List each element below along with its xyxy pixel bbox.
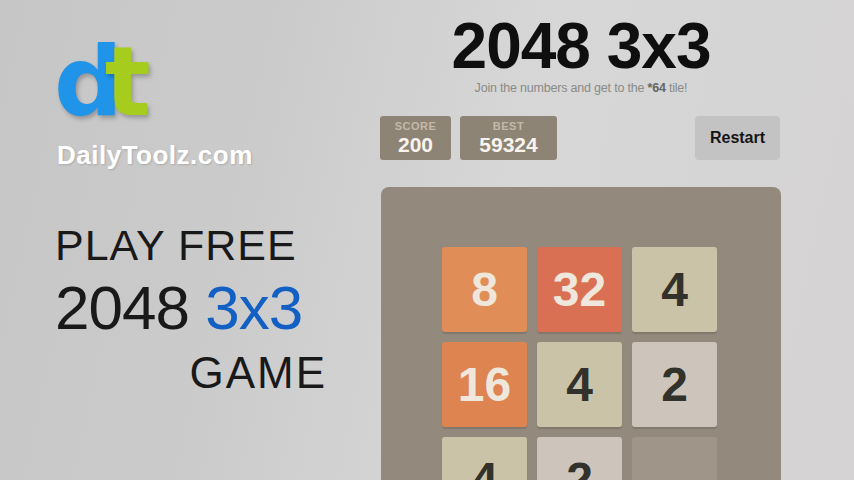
board-grid: 8324164242 (442, 247, 717, 480)
promo-line-play-free: PLAY FREE (55, 224, 327, 267)
game-title: 2048 3x3 (380, 14, 782, 78)
logo-letter-t: t (105, 26, 151, 138)
game-board[interactable]: 8324164242 (381, 187, 781, 480)
subtitle-suffix: tile! (666, 81, 688, 95)
cell-r3c2: 2 (537, 437, 622, 480)
subtitle-goal: *64 (647, 81, 665, 95)
dailytoolz-logo[interactable]: dt (54, 34, 151, 130)
tile-4-r3c1: 4 (442, 437, 527, 480)
promo-line-game: GAME (55, 351, 327, 395)
cell-r2c2: 4 (537, 342, 622, 427)
promo-3x3: 3x3 (205, 273, 302, 342)
tile-8-r1c1: 8 (442, 247, 527, 332)
tile-32-r1c2: 32 (537, 247, 622, 332)
score-label: SCORE (395, 120, 437, 132)
tile-2-r3c2: 2 (537, 437, 622, 480)
tile-2-r2c3: 2 (632, 342, 717, 427)
site-name[interactable]: DailyToolz.com (57, 140, 253, 171)
cell-r3c3 (632, 437, 717, 480)
score-box: SCORE 200 (380, 116, 451, 160)
best-value: 59324 (479, 133, 537, 156)
best-box: BEST 59324 (460, 116, 557, 160)
scoreboard: SCORE 200 BEST 59324 (380, 116, 557, 160)
promo-2048: 2048 (55, 273, 205, 342)
game-subtitle: Join the numbers and get to the *64 tile… (380, 81, 782, 95)
cell-r2c3: 2 (632, 342, 717, 427)
promo-line-2048-3x3: 2048 3x3 (55, 277, 327, 339)
score-value: 200 (398, 133, 433, 156)
page: dt DailyToolz.com PLAY FREE 2048 3x3 GAM… (0, 0, 854, 480)
tile-4-r1c3: 4 (632, 247, 717, 332)
cell-r1c3: 4 (632, 247, 717, 332)
promo-text: PLAY FREE 2048 3x3 GAME (55, 224, 327, 395)
cell-r1c1: 8 (442, 247, 527, 332)
cell-r2c1: 16 (442, 342, 527, 427)
cell-r1c2: 32 (537, 247, 622, 332)
restart-button[interactable]: Restart (695, 116, 780, 160)
tile-16-r2c1: 16 (442, 342, 527, 427)
tile-4-r2c2: 4 (537, 342, 622, 427)
best-label: BEST (493, 120, 524, 132)
subtitle-prefix: Join the numbers and get to the (475, 81, 648, 95)
cell-r3c1: 4 (442, 437, 527, 480)
